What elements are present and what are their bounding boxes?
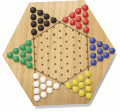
hole[interactable]: [54, 63, 56, 65]
hole[interactable]: [54, 71, 56, 73]
photo-backdrop: [0, 0, 120, 112]
peg-blue[interactable]: [89, 37, 95, 43]
hole[interactable]: [86, 65, 88, 67]
hole[interactable]: [73, 66, 75, 68]
peg-red[interactable]: [82, 4, 88, 10]
hole[interactable]: [60, 67, 62, 69]
peg-blue[interactable]: [96, 41, 102, 47]
hole[interactable]: [60, 44, 62, 46]
hole[interactable]: [40, 42, 42, 44]
peg-green[interactable]: [19, 51, 25, 57]
hole[interactable]: [72, 44, 74, 46]
hole[interactable]: [85, 51, 87, 53]
peg-blue[interactable]: [96, 48, 102, 54]
peg-red[interactable]: [69, 12, 75, 18]
peg-white[interactable]: [40, 91, 46, 97]
chinese-checkers-board: [0, 0, 118, 107]
hole[interactable]: [78, 32, 80, 34]
peg-green[interactable]: [26, 55, 32, 61]
peg-yellow[interactable]: [72, 86, 78, 92]
peg-red[interactable]: [76, 16, 82, 22]
hole[interactable]: [41, 56, 43, 58]
peg-white[interactable]: [46, 80, 52, 86]
peg-yellow[interactable]: [84, 71, 90, 77]
peg-black[interactable]: [38, 25, 44, 31]
hole[interactable]: [61, 81, 63, 83]
hole[interactable]: [40, 34, 42, 36]
peg-yellow[interactable]: [85, 86, 91, 92]
peg-yellow[interactable]: [85, 78, 91, 84]
peg-blue[interactable]: [90, 52, 96, 58]
hole[interactable]: [80, 69, 82, 71]
hole[interactable]: [72, 29, 74, 31]
peg-yellow[interactable]: [79, 90, 85, 96]
peg-blue[interactable]: [103, 52, 109, 58]
peg-red[interactable]: [82, 26, 88, 32]
peg-yellow[interactable]: [72, 79, 78, 85]
hole[interactable]: [59, 30, 61, 32]
hole[interactable]: [73, 51, 75, 53]
peg-green[interactable]: [7, 52, 13, 58]
hole[interactable]: [55, 78, 57, 80]
peg-green[interactable]: [19, 44, 25, 50]
hole[interactable]: [41, 71, 43, 73]
peg-red[interactable]: [82, 12, 88, 18]
peg-green[interactable]: [13, 55, 19, 61]
peg-green[interactable]: [25, 40, 31, 46]
peg-white[interactable]: [40, 76, 46, 82]
hole[interactable]: [52, 26, 54, 28]
hole[interactable]: [85, 43, 87, 45]
hole[interactable]: [54, 56, 56, 58]
peg-black[interactable]: [50, 17, 56, 23]
peg-black[interactable]: [37, 17, 43, 23]
hole[interactable]: [53, 41, 55, 43]
hole[interactable]: [47, 45, 49, 47]
hole[interactable]: [53, 34, 55, 36]
